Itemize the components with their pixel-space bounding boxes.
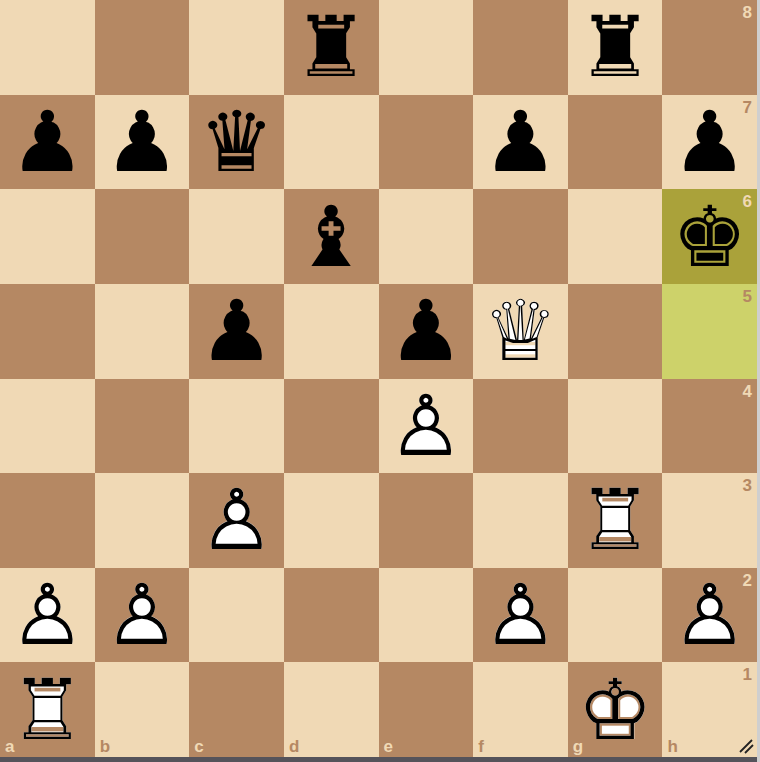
piece-black-bishop[interactable]: ♝ — [284, 189, 379, 284]
white-queen-outline-glyph: ♕ — [473, 284, 568, 379]
square-h5[interactable]: 5 — [662, 284, 757, 379]
white-rook-outline-glyph: ♖ — [568, 473, 663, 568]
square-a1[interactable]: ♜♖a — [0, 662, 95, 757]
square-c2[interactable] — [189, 568, 284, 663]
file-label-d: d — [289, 738, 299, 755]
square-g7[interactable] — [568, 95, 663, 190]
piece-white-queen[interactable]: ♛♕ — [473, 284, 568, 379]
piece-white-pawn[interactable]: ♟♙ — [473, 568, 568, 663]
square-e6[interactable] — [379, 189, 474, 284]
square-d7[interactable] — [284, 95, 379, 190]
rank-label-8: 8 — [743, 4, 752, 21]
square-h7[interactable]: ♟7 — [662, 95, 757, 190]
piece-black-pawn[interactable]: ♟ — [473, 95, 568, 190]
square-b1[interactable]: b — [95, 662, 190, 757]
square-b4[interactable] — [95, 379, 190, 474]
piece-white-pawn[interactable]: ♟♙ — [95, 568, 190, 663]
square-g1[interactable]: ♚♔g — [568, 662, 663, 757]
square-c1[interactable]: c — [189, 662, 284, 757]
square-b7[interactable]: ♟ — [95, 95, 190, 190]
square-g2[interactable] — [568, 568, 663, 663]
square-d6[interactable]: ♝ — [284, 189, 379, 284]
white-king-outline-glyph: ♔ — [568, 662, 663, 757]
chess-board-page: ♜♜8♟♟♛♟♟7♝♚6♟♟♛♕5♟♙4♟♙♜♖3♟♙♟♙♟♙♟♙2♜♖abcd… — [0, 0, 760, 762]
square-g3[interactable]: ♜♖ — [568, 473, 663, 568]
square-f7[interactable]: ♟ — [473, 95, 568, 190]
white-pawn-outline-glyph: ♙ — [379, 379, 474, 474]
window-edge-bottom — [0, 757, 757, 762]
square-c7[interactable]: ♛ — [189, 95, 284, 190]
square-a5[interactable] — [0, 284, 95, 379]
square-e4[interactable]: ♟♙ — [379, 379, 474, 474]
piece-black-pawn[interactable]: ♟ — [95, 95, 190, 190]
board-resize-handle-icon[interactable] — [738, 738, 754, 754]
file-label-h: h — [667, 738, 677, 755]
piece-white-rook[interactable]: ♜♖ — [0, 662, 95, 757]
black-pawn-glyph: ♟ — [189, 284, 284, 379]
piece-black-rook[interactable]: ♜ — [284, 0, 379, 95]
square-b5[interactable] — [95, 284, 190, 379]
square-a8[interactable] — [0, 0, 95, 95]
white-pawn-outline-glyph: ♙ — [95, 568, 190, 663]
black-queen-glyph: ♛ — [189, 95, 284, 190]
square-e1[interactable]: e — [379, 662, 474, 757]
square-h2[interactable]: ♟♙2 — [662, 568, 757, 663]
square-d2[interactable] — [284, 568, 379, 663]
piece-white-pawn[interactable]: ♟♙ — [189, 473, 284, 568]
square-b3[interactable] — [95, 473, 190, 568]
square-e7[interactable] — [379, 95, 474, 190]
square-f6[interactable] — [473, 189, 568, 284]
file-label-e: e — [384, 738, 393, 755]
square-c8[interactable] — [189, 0, 284, 95]
white-pawn-outline-glyph: ♙ — [189, 473, 284, 568]
square-e3[interactable] — [379, 473, 474, 568]
black-pawn-glyph: ♟ — [662, 95, 757, 190]
square-f5[interactable]: ♛♕ — [473, 284, 568, 379]
square-d3[interactable] — [284, 473, 379, 568]
square-a6[interactable] — [0, 189, 95, 284]
square-h6[interactable]: ♚6 — [662, 189, 757, 284]
piece-black-pawn[interactable]: ♟ — [379, 284, 474, 379]
square-c4[interactable] — [189, 379, 284, 474]
white-pawn-outline-glyph: ♙ — [662, 568, 757, 663]
square-e2[interactable] — [379, 568, 474, 663]
file-label-c: c — [194, 738, 203, 755]
piece-black-king[interactable]: ♚ — [662, 189, 757, 284]
file-label-f: f — [478, 738, 484, 755]
square-f4[interactable] — [473, 379, 568, 474]
square-g6[interactable] — [568, 189, 663, 284]
square-f2[interactable]: ♟♙ — [473, 568, 568, 663]
square-d8[interactable]: ♜ — [284, 0, 379, 95]
piece-black-rook[interactable]: ♜ — [568, 0, 663, 95]
square-f3[interactable] — [473, 473, 568, 568]
square-b2[interactable]: ♟♙ — [95, 568, 190, 663]
file-label-b: b — [100, 738, 110, 755]
piece-white-pawn[interactable]: ♟♙ — [379, 379, 474, 474]
square-c3[interactable]: ♟♙ — [189, 473, 284, 568]
square-f1[interactable]: f — [473, 662, 568, 757]
white-pawn-outline-glyph: ♙ — [473, 568, 568, 663]
piece-white-pawn[interactable]: ♟♙ — [0, 568, 95, 663]
rank-label-3: 3 — [743, 477, 752, 494]
square-f8[interactable] — [473, 0, 568, 95]
square-e5[interactable]: ♟ — [379, 284, 474, 379]
square-a4[interactable] — [0, 379, 95, 474]
square-c5[interactable]: ♟ — [189, 284, 284, 379]
square-d5[interactable] — [284, 284, 379, 379]
black-pawn-glyph: ♟ — [379, 284, 474, 379]
square-g8[interactable]: ♜ — [568, 0, 663, 95]
piece-white-king[interactable]: ♚♔ — [568, 662, 663, 757]
piece-black-pawn[interactable]: ♟ — [662, 95, 757, 190]
piece-black-pawn[interactable]: ♟ — [0, 95, 95, 190]
square-h3[interactable]: 3 — [662, 473, 757, 568]
square-d4[interactable] — [284, 379, 379, 474]
square-g5[interactable] — [568, 284, 663, 379]
square-b6[interactable] — [95, 189, 190, 284]
black-rook-glyph: ♜ — [568, 0, 663, 95]
square-c6[interactable] — [189, 189, 284, 284]
black-king-glyph: ♚ — [662, 189, 757, 284]
square-a7[interactable]: ♟ — [0, 95, 95, 190]
rank-label-1: 1 — [743, 666, 752, 683]
black-rook-glyph: ♜ — [284, 0, 379, 95]
square-b8[interactable] — [95, 0, 190, 95]
square-g4[interactable] — [568, 379, 663, 474]
black-bishop-glyph: ♝ — [284, 189, 379, 284]
chess-board: ♜♜8♟♟♛♟♟7♝♚6♟♟♛♕5♟♙4♟♙♜♖3♟♙♟♙♟♙♟♙2♜♖abcd… — [0, 0, 757, 757]
square-h4[interactable]: 4 — [662, 379, 757, 474]
black-pawn-glyph: ♟ — [473, 95, 568, 190]
square-e8[interactable] — [379, 0, 474, 95]
square-a2[interactable]: ♟♙ — [0, 568, 95, 663]
square-a3[interactable] — [0, 473, 95, 568]
white-pawn-outline-glyph: ♙ — [0, 568, 95, 663]
white-rook-outline-glyph: ♖ — [0, 662, 95, 757]
square-h8[interactable]: 8 — [662, 0, 757, 95]
piece-black-pawn[interactable]: ♟ — [189, 284, 284, 379]
piece-black-queen[interactable]: ♛ — [189, 95, 284, 190]
rank-label-5: 5 — [743, 288, 752, 305]
black-pawn-glyph: ♟ — [0, 95, 95, 190]
black-pawn-glyph: ♟ — [95, 95, 190, 190]
piece-white-pawn[interactable]: ♟♙ — [662, 568, 757, 663]
piece-white-rook[interactable]: ♜♖ — [568, 473, 663, 568]
rank-label-4: 4 — [743, 383, 752, 400]
square-d1[interactable]: d — [284, 662, 379, 757]
